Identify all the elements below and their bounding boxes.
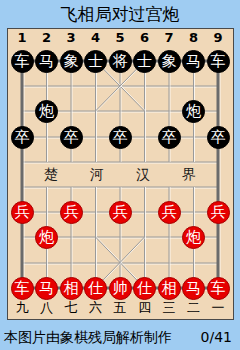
piece-black[interactable]: 炮 [182,100,205,123]
river-char: 汉 [136,166,150,184]
piece-black[interactable]: 卒 [60,126,83,149]
rank-numeral-label: 一 [209,299,228,317]
piece-black[interactable]: 卒 [11,126,34,149]
rank-numeral-label: 九 [13,299,32,317]
piece-black[interactable]: 将 [109,50,132,73]
piece-red[interactable]: 马 [35,277,58,300]
river-text: 楚河汉界 [22,163,218,187]
piece-red[interactable]: 兵 [109,201,132,224]
piece-black[interactable]: 炮 [35,100,58,123]
piece-black[interactable]: 士 [84,50,107,73]
piece-black[interactable]: 马 [182,50,205,73]
piece-red[interactable]: 仕 [84,277,107,300]
piece-red[interactable]: 兵 [11,201,34,224]
rank-numeral-label: 八 [37,299,56,317]
piece-red[interactable]: 车 [11,277,34,300]
piece-black[interactable]: 士 [133,50,156,73]
rank-numeral-label: 二 [184,299,203,317]
piece-black[interactable]: 卒 [158,126,181,149]
rank-numeral-label: 五 [111,299,130,317]
piece-red[interactable]: 相 [60,277,83,300]
piece-black[interactable]: 象 [60,50,83,73]
piece-black[interactable]: 车 [11,50,34,73]
rank-numeral-label: 七 [62,299,81,317]
credit-text: 本图片由象棋残局解析制作 [4,329,172,347]
river-char: 楚 [44,166,58,184]
rank-numeral-label: 三 [160,299,179,317]
rank-numeral-label: 六 [86,299,105,317]
piece-red[interactable]: 车 [207,277,230,300]
piece-red[interactable]: 帅 [109,277,132,300]
piece-red[interactable]: 马 [182,277,205,300]
piece-red[interactable]: 兵 [207,201,230,224]
piece-black[interactable]: 卒 [109,126,132,149]
river-char: 界 [182,166,196,184]
move-counter: 0/41 [201,329,232,345]
piece-black[interactable]: 象 [158,50,181,73]
page-title: 飞相局对过宫炮 [0,4,240,24]
river-char: 河 [90,166,104,184]
rank-numeral-label: 四 [135,299,154,317]
piece-red[interactable]: 炮 [35,226,58,249]
piece-red[interactable]: 相 [158,277,181,300]
piece-red[interactable]: 兵 [60,201,83,224]
piece-black[interactable]: 车 [207,50,230,73]
piece-red[interactable]: 仕 [133,277,156,300]
piece-red[interactable]: 兵 [158,201,181,224]
xiangqi-board-panel: 123456789 楚河汉界 车马象士将士象马车炮炮卒卒卒卒卒兵兵兵兵兵炮炮车马… [7,28,234,320]
piece-black[interactable]: 马 [35,50,58,73]
piece-red[interactable]: 炮 [182,226,205,249]
piece-black[interactable]: 卒 [207,126,230,149]
